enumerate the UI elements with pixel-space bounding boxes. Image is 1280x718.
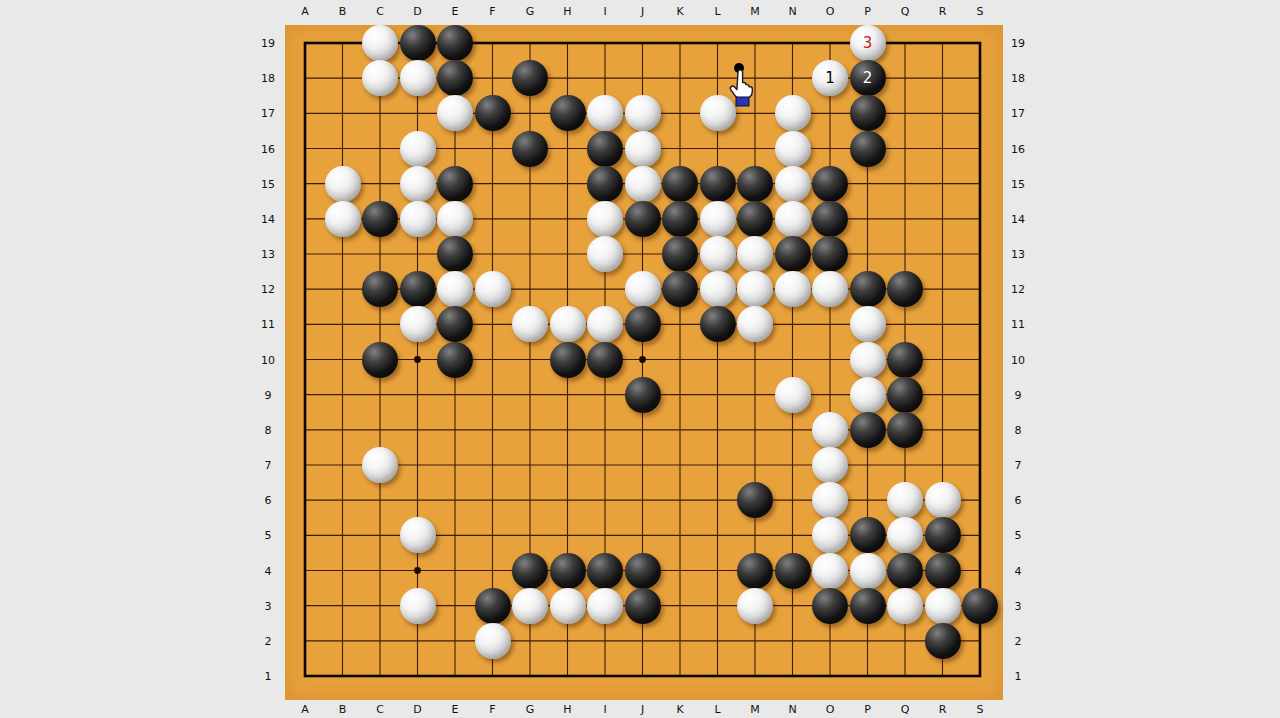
col-label-top: F [489, 6, 495, 17]
row-label-right: 15 [1011, 178, 1025, 189]
col-label-top: N [788, 6, 796, 17]
white-stone-B15 [325, 166, 361, 202]
white-stone-F12 [475, 271, 511, 307]
row-label-left: 7 [265, 460, 272, 471]
row-label-right: 6 [1015, 495, 1022, 506]
black-stone-H4 [550, 553, 586, 589]
col-label-top: M [750, 6, 760, 17]
white-stone-D3 [400, 588, 436, 624]
white-stone-J15 [625, 166, 661, 202]
black-stone-E15 [437, 166, 473, 202]
black-stone-Q9 [887, 377, 923, 413]
col-label-top: L [714, 6, 720, 17]
white-stone-N9 [775, 377, 811, 413]
black-stone-P5 [850, 517, 886, 553]
row-label-left: 1 [265, 671, 272, 682]
hand-pointer-cursor-icon [726, 61, 760, 107]
white-stone-O7 [812, 447, 848, 483]
black-stone-I15 [587, 166, 623, 202]
white-stone-P19: 3 [850, 25, 886, 61]
col-label-top: S [977, 6, 984, 17]
black-stone-M14 [737, 201, 773, 237]
black-stone-J4 [625, 553, 661, 589]
row-label-left: 16 [261, 143, 275, 154]
black-stone-C12 [362, 271, 398, 307]
col-label-top: E [452, 6, 459, 17]
black-stone-P18: 2 [850, 60, 886, 96]
black-stone-D12 [400, 271, 436, 307]
col-label-bottom: J [641, 704, 644, 715]
col-label-top: A [301, 6, 309, 17]
black-stone-F17 [475, 95, 511, 131]
row-label-right: 7 [1015, 460, 1022, 471]
row-label-right: 17 [1011, 108, 1025, 119]
white-stone-P9 [850, 377, 886, 413]
black-stone-H10 [550, 342, 586, 378]
white-stone-N17 [775, 95, 811, 131]
black-stone-E10 [437, 342, 473, 378]
black-stone-K14 [662, 201, 698, 237]
white-stone-H3 [550, 588, 586, 624]
white-stone-M12 [737, 271, 773, 307]
col-label-bottom: F [489, 704, 495, 715]
black-stone-J11 [625, 306, 661, 342]
row-label-left: 8 [265, 424, 272, 435]
row-label-right: 12 [1011, 284, 1025, 295]
row-label-right: 9 [1015, 389, 1022, 400]
col-label-bottom: P [864, 704, 871, 715]
black-stone-L11 [700, 306, 736, 342]
black-stone-G18 [512, 60, 548, 96]
row-label-right: 8 [1015, 424, 1022, 435]
black-stone-E18 [437, 60, 473, 96]
col-label-top: H [563, 6, 571, 17]
black-stone-P3 [850, 588, 886, 624]
black-stone-R4 [925, 553, 961, 589]
col-label-top: Q [901, 6, 910, 17]
row-label-left: 13 [261, 249, 275, 260]
white-stone-J16 [625, 131, 661, 167]
white-stone-H11 [550, 306, 586, 342]
black-stone-K15 [662, 166, 698, 202]
col-label-bottom: I [603, 704, 606, 715]
col-label-bottom: D [413, 704, 421, 715]
move-number-label: 1 [812, 60, 848, 96]
white-stone-L14 [700, 201, 736, 237]
white-stone-B14 [325, 201, 361, 237]
col-label-top: B [339, 6, 347, 17]
row-label-right: 10 [1011, 354, 1025, 365]
move-number-label: 2 [850, 60, 886, 96]
go-app-screen: AABBCCDDEEFFGGHHIIJJKKLLMMNNOOPPQQRRSS19… [0, 0, 1280, 718]
white-stone-O6 [812, 482, 848, 518]
white-stone-P11 [850, 306, 886, 342]
white-stone-J12 [625, 271, 661, 307]
black-stone-G16 [512, 131, 548, 167]
white-stone-D18 [400, 60, 436, 96]
col-label-top: K [676, 6, 683, 17]
white-stone-I14 [587, 201, 623, 237]
black-stone-J14 [625, 201, 661, 237]
black-stone-N13 [775, 236, 811, 272]
white-stone-E14 [437, 201, 473, 237]
row-label-left: 15 [261, 178, 275, 189]
col-label-top: C [376, 6, 384, 17]
row-label-right: 18 [1011, 73, 1025, 84]
row-label-right: 19 [1011, 38, 1025, 49]
black-stone-D19 [400, 25, 436, 61]
white-stone-D16 [400, 131, 436, 167]
row-label-left: 4 [265, 565, 272, 576]
row-label-left: 11 [261, 319, 275, 330]
col-label-top: J [641, 6, 644, 17]
col-label-bottom: G [526, 704, 535, 715]
col-label-top: I [603, 6, 606, 17]
col-label-top: O [826, 6, 835, 17]
white-stone-R3 [925, 588, 961, 624]
white-stone-C19 [362, 25, 398, 61]
black-stone-P8 [850, 412, 886, 448]
col-label-bottom: S [977, 704, 984, 715]
black-stone-C14 [362, 201, 398, 237]
white-stone-P4 [850, 553, 886, 589]
black-stone-Q8 [887, 412, 923, 448]
black-stone-Q12 [887, 271, 923, 307]
row-label-left: 6 [265, 495, 272, 506]
col-label-bottom: B [339, 704, 347, 715]
row-label-left: 14 [261, 213, 275, 224]
row-label-right: 14 [1011, 213, 1025, 224]
col-label-bottom: R [939, 704, 947, 715]
black-stone-R5 [925, 517, 961, 553]
col-label-top: D [413, 6, 421, 17]
row-label-right: 11 [1011, 319, 1025, 330]
white-stone-N12 [775, 271, 811, 307]
row-label-left: 10 [261, 354, 275, 365]
black-stone-O13 [812, 236, 848, 272]
black-stone-J9 [625, 377, 661, 413]
black-stone-Q4 [887, 553, 923, 589]
white-stone-L12 [700, 271, 736, 307]
col-label-top: R [939, 6, 947, 17]
row-label-left: 3 [265, 600, 272, 611]
black-stone-Q10 [887, 342, 923, 378]
col-label-top: P [864, 6, 871, 17]
row-label-right: 3 [1015, 600, 1022, 611]
black-stone-I16 [587, 131, 623, 167]
black-stone-P12 [850, 271, 886, 307]
white-stone-O8 [812, 412, 848, 448]
col-label-bottom: C [376, 704, 384, 715]
row-label-left: 5 [265, 530, 272, 541]
black-stone-O3 [812, 588, 848, 624]
col-label-bottom: H [563, 704, 571, 715]
black-stone-N4 [775, 553, 811, 589]
row-label-left: 9 [265, 389, 272, 400]
white-stone-M3 [737, 588, 773, 624]
col-label-bottom: K [676, 704, 683, 715]
black-stone-G4 [512, 553, 548, 589]
black-stone-R2 [925, 623, 961, 659]
col-label-bottom: N [788, 704, 796, 715]
white-stone-Q3 [887, 588, 923, 624]
black-stone-O15 [812, 166, 848, 202]
black-stone-J3 [625, 588, 661, 624]
black-stone-K13 [662, 236, 698, 272]
black-stone-E13 [437, 236, 473, 272]
white-stone-O4 [812, 553, 848, 589]
white-stone-R6 [925, 482, 961, 518]
black-stone-M6 [737, 482, 773, 518]
black-stone-H17 [550, 95, 586, 131]
white-stone-J17 [625, 95, 661, 131]
row-label-right: 13 [1011, 249, 1025, 260]
move-number-label: 3 [850, 25, 886, 61]
black-stone-C10 [362, 342, 398, 378]
black-stone-F3 [475, 588, 511, 624]
row-label-left: 17 [261, 108, 275, 119]
black-stone-M4 [737, 553, 773, 589]
col-label-bottom: Q [901, 704, 910, 715]
black-stone-L15 [700, 166, 736, 202]
row-label-left: 12 [261, 284, 275, 295]
row-label-right: 1 [1015, 671, 1022, 682]
white-stone-N15 [775, 166, 811, 202]
col-label-bottom: M [750, 704, 760, 715]
row-label-right: 5 [1015, 530, 1022, 541]
white-stone-N16 [775, 131, 811, 167]
white-stone-N14 [775, 201, 811, 237]
white-stone-G3 [512, 588, 548, 624]
black-stone-E19 [437, 25, 473, 61]
white-stone-P10 [850, 342, 886, 378]
white-stone-D11 [400, 306, 436, 342]
white-stone-C7 [362, 447, 398, 483]
row-label-left: 2 [265, 635, 272, 646]
white-stone-D14 [400, 201, 436, 237]
black-stone-P16 [850, 131, 886, 167]
white-stone-I3 [587, 588, 623, 624]
row-label-right: 2 [1015, 635, 1022, 646]
row-label-right: 16 [1011, 143, 1025, 154]
col-label-bottom: E [452, 704, 459, 715]
row-label-left: 19 [261, 38, 275, 49]
black-stone-K12 [662, 271, 698, 307]
black-stone-I10 [587, 342, 623, 378]
white-stone-F2 [475, 623, 511, 659]
white-stone-E12 [437, 271, 473, 307]
white-stone-Q6 [887, 482, 923, 518]
col-label-bottom: L [714, 704, 720, 715]
white-stone-M13 [737, 236, 773, 272]
col-label-top: G [526, 6, 535, 17]
white-stone-C18 [362, 60, 398, 96]
row-label-right: 4 [1015, 565, 1022, 576]
white-stone-L13 [700, 236, 736, 272]
col-label-bottom: O [826, 704, 835, 715]
white-stone-D5 [400, 517, 436, 553]
white-stone-O18: 1 [812, 60, 848, 96]
black-stone-M15 [737, 166, 773, 202]
black-stone-O14 [812, 201, 848, 237]
col-label-bottom: A [301, 704, 309, 715]
row-label-left: 18 [261, 73, 275, 84]
white-stone-D15 [400, 166, 436, 202]
black-stone-S3 [962, 588, 998, 624]
white-stone-I13 [587, 236, 623, 272]
black-stone-I4 [587, 553, 623, 589]
black-stone-P17 [850, 95, 886, 131]
white-stone-O12 [812, 271, 848, 307]
